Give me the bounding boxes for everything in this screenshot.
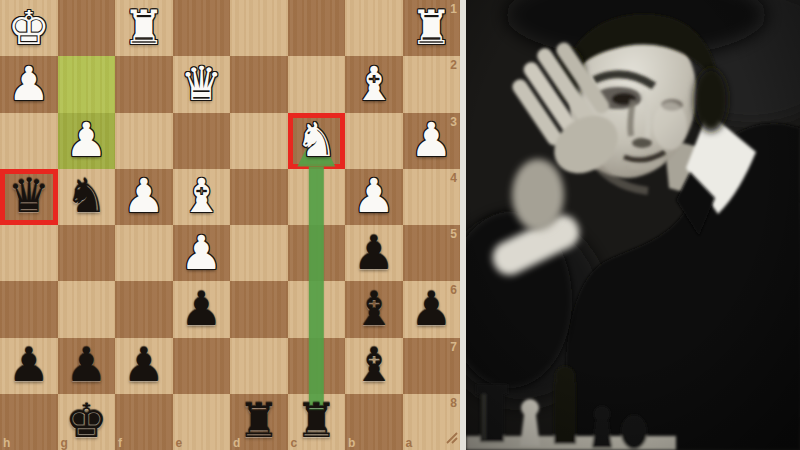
- piece-white-bishop[interactable]: ♝: [180, 172, 222, 219]
- piece-black-pawn[interactable]: ♟: [8, 341, 50, 388]
- rank-label-7: 7: [450, 340, 457, 354]
- square-f3[interactable]: [115, 113, 173, 169]
- square-e5[interactable]: ♟: [173, 225, 231, 281]
- file-label-a: a: [406, 436, 413, 450]
- square-h3[interactable]: [0, 113, 58, 169]
- piece-black-rook[interactable]: ♜: [238, 397, 280, 444]
- chess-board[interactable]: ♚♜♜1♟♛♝2♟♞♟3♛♞♟♝♟4♟♟5♟♝♟6♟♟♟♝7h♚gfe♜d♜cb…: [0, 0, 460, 450]
- square-g4[interactable]: ♞: [58, 169, 116, 225]
- file-label-b: b: [348, 436, 355, 450]
- square-e2[interactable]: ♛: [173, 56, 231, 112]
- square-b6[interactable]: ♝: [345, 281, 403, 337]
- board-squares[interactable]: ♚♜♜1♟♛♝2♟♞♟3♛♞♟♝♟4♟♟5♟♝♟6♟♟♟♝7h♚gfe♜d♜cb…: [0, 0, 460, 450]
- square-d7[interactable]: [230, 338, 288, 394]
- square-h7[interactable]: ♟: [0, 338, 58, 394]
- square-g2[interactable]: [58, 56, 116, 112]
- board-resize-icon[interactable]: [445, 429, 458, 448]
- square-b3[interactable]: [345, 113, 403, 169]
- square-d8[interactable]: ♜d: [230, 394, 288, 450]
- piece-black-knight[interactable]: ♞: [65, 172, 107, 219]
- square-a5[interactable]: 5: [403, 225, 461, 281]
- square-d2[interactable]: [230, 56, 288, 112]
- square-c7[interactable]: [288, 338, 346, 394]
- piece-black-pawn[interactable]: ♟: [353, 229, 395, 276]
- square-g1[interactable]: [58, 0, 116, 56]
- square-g3[interactable]: ♟: [58, 113, 116, 169]
- square-f2[interactable]: [115, 56, 173, 112]
- piece-white-pawn[interactable]: ♟: [353, 172, 395, 219]
- piece-white-pawn[interactable]: ♟: [180, 229, 222, 276]
- square-c8[interactable]: ♜c: [288, 394, 346, 450]
- square-d3[interactable]: [230, 113, 288, 169]
- square-c2[interactable]: [288, 56, 346, 112]
- piece-black-queen[interactable]: ♛: [8, 172, 50, 219]
- file-label-f: f: [118, 436, 122, 450]
- square-b2[interactable]: ♝: [345, 56, 403, 112]
- square-b5[interactable]: ♟: [345, 225, 403, 281]
- square-b4[interactable]: ♟: [345, 169, 403, 225]
- square-d6[interactable]: [230, 281, 288, 337]
- square-f7[interactable]: ♟: [115, 338, 173, 394]
- rank-label-5: 5: [450, 227, 457, 241]
- piece-white-bishop[interactable]: ♝: [353, 60, 395, 107]
- piece-black-pawn[interactable]: ♟: [65, 341, 107, 388]
- rank-label-2: 2: [450, 58, 457, 72]
- square-h8[interactable]: h: [0, 394, 58, 450]
- square-e6[interactable]: ♟: [173, 281, 231, 337]
- square-c3[interactable]: ♞: [288, 113, 346, 169]
- piece-black-rook[interactable]: ♜: [295, 397, 337, 444]
- square-a8[interactable]: 8a: [403, 394, 461, 450]
- square-e8[interactable]: e: [173, 394, 231, 450]
- piece-white-rook[interactable]: ♜: [410, 4, 452, 51]
- square-a4[interactable]: 4: [403, 169, 461, 225]
- file-label-e: e: [176, 436, 183, 450]
- square-g5[interactable]: [58, 225, 116, 281]
- square-d4[interactable]: [230, 169, 288, 225]
- rank-label-4: 4: [450, 171, 457, 185]
- square-c1[interactable]: [288, 0, 346, 56]
- square-b8[interactable]: b: [345, 394, 403, 450]
- piece-white-pawn[interactable]: ♟: [410, 116, 452, 163]
- piece-white-rook[interactable]: ♜: [123, 4, 165, 51]
- piece-white-pawn[interactable]: ♟: [123, 172, 165, 219]
- square-e7[interactable]: [173, 338, 231, 394]
- piece-black-bishop[interactable]: ♝: [353, 285, 395, 332]
- piece-black-pawn[interactable]: ♟: [410, 285, 452, 332]
- square-a2[interactable]: 2: [403, 56, 461, 112]
- square-c4[interactable]: [288, 169, 346, 225]
- square-e3[interactable]: [173, 113, 231, 169]
- player-photo-illustration: [466, 0, 800, 450]
- piece-white-king[interactable]: ♚: [8, 4, 50, 51]
- piece-black-bishop[interactable]: ♝: [353, 341, 395, 388]
- square-e4[interactable]: ♝: [173, 169, 231, 225]
- square-a7[interactable]: 7: [403, 338, 461, 394]
- piece-black-pawn[interactable]: ♟: [180, 285, 222, 332]
- square-h1[interactable]: ♚: [0, 0, 58, 56]
- square-b1[interactable]: [345, 0, 403, 56]
- square-h5[interactable]: [0, 225, 58, 281]
- square-d1[interactable]: [230, 0, 288, 56]
- piece-white-queen[interactable]: ♛: [180, 60, 222, 107]
- square-a3[interactable]: ♟3: [403, 113, 461, 169]
- piece-black-king[interactable]: ♚: [65, 397, 107, 444]
- piece-black-pawn[interactable]: ♟: [123, 341, 165, 388]
- square-a1[interactable]: ♜1: [403, 0, 461, 56]
- player-photo: [466, 0, 800, 450]
- square-f4[interactable]: ♟: [115, 169, 173, 225]
- rank-label-8: 8: [450, 396, 457, 410]
- square-f8[interactable]: f: [115, 394, 173, 450]
- piece-white-pawn[interactable]: ♟: [65, 116, 107, 163]
- square-f1[interactable]: ♜: [115, 0, 173, 56]
- square-c5[interactable]: [288, 225, 346, 281]
- square-g6[interactable]: [58, 281, 116, 337]
- file-label-h: h: [3, 436, 10, 450]
- square-c6[interactable]: [288, 281, 346, 337]
- piece-white-knight[interactable]: ♞: [295, 116, 337, 163]
- square-b7[interactable]: ♝: [345, 338, 403, 394]
- screenshot-root: ♚♜♜1♟♛♝2♟♞♟3♛♞♟♝♟4♟♟5♟♝♟6♟♟♟♝7h♚gfe♜d♜cb…: [0, 0, 800, 450]
- square-g8[interactable]: ♚g: [58, 394, 116, 450]
- square-h2[interactable]: ♟: [0, 56, 58, 112]
- square-h4[interactable]: ♛: [0, 169, 58, 225]
- square-d5[interactable]: [230, 225, 288, 281]
- piece-white-pawn[interactable]: ♟: [8, 60, 50, 107]
- square-f6[interactable]: [115, 281, 173, 337]
- square-g7[interactable]: ♟: [58, 338, 116, 394]
- square-e1[interactable]: [173, 0, 231, 56]
- square-h6[interactable]: [0, 281, 58, 337]
- square-a6[interactable]: ♟6: [403, 281, 461, 337]
- square-f5[interactable]: [115, 225, 173, 281]
